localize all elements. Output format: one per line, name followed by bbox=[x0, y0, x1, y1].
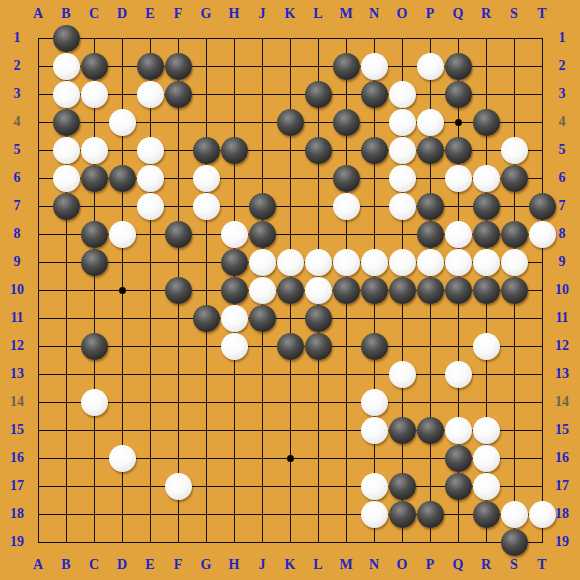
stone-white-O7[interactable] bbox=[389, 193, 416, 220]
stone-white-H12[interactable] bbox=[221, 333, 248, 360]
stone-black-J7[interactable] bbox=[249, 193, 276, 220]
row-label-left-9: 9 bbox=[2, 249, 32, 275]
stone-white-E6[interactable] bbox=[137, 165, 164, 192]
col-label-top-J: J bbox=[248, 1, 276, 27]
col-label-top-A: A bbox=[24, 1, 52, 27]
col-label-bottom-B: B bbox=[52, 552, 80, 578]
stone-white-P9[interactable] bbox=[417, 249, 444, 276]
row-label-left-2: 2 bbox=[2, 53, 32, 79]
stone-black-C8[interactable] bbox=[81, 221, 108, 248]
row-label-right-18: 18 bbox=[547, 501, 577, 527]
stone-white-N15[interactable] bbox=[361, 417, 388, 444]
stone-black-P7[interactable] bbox=[417, 193, 444, 220]
stone-black-B4[interactable] bbox=[53, 109, 80, 136]
row-label-right-9: 9 bbox=[547, 249, 577, 275]
stone-black-K10[interactable] bbox=[277, 277, 304, 304]
stone-white-J10[interactable] bbox=[249, 277, 276, 304]
stone-white-B2[interactable] bbox=[53, 53, 80, 80]
stone-black-S10[interactable] bbox=[501, 277, 528, 304]
col-label-bottom-R: R bbox=[472, 552, 500, 578]
stone-black-S6[interactable] bbox=[501, 165, 528, 192]
row-label-left-5: 5 bbox=[2, 137, 32, 163]
col-label-bottom-D: D bbox=[108, 552, 136, 578]
stone-white-Q13[interactable] bbox=[445, 361, 472, 388]
stone-white-O3[interactable] bbox=[389, 81, 416, 108]
grid-line-v-T bbox=[542, 38, 543, 543]
stone-white-D8[interactable] bbox=[109, 221, 136, 248]
col-label-top-T: T bbox=[528, 1, 556, 27]
row-label-left-19: 19 bbox=[2, 529, 32, 555]
stone-white-N18[interactable] bbox=[361, 501, 388, 528]
stone-black-H10[interactable] bbox=[221, 277, 248, 304]
stone-white-D16[interactable] bbox=[109, 445, 136, 472]
stone-black-Q2[interactable] bbox=[445, 53, 472, 80]
col-label-bottom-S: S bbox=[500, 552, 528, 578]
stone-black-R10[interactable] bbox=[473, 277, 500, 304]
row-label-right-5: 5 bbox=[547, 137, 577, 163]
stone-white-H8[interactable] bbox=[221, 221, 248, 248]
stone-black-Q3[interactable] bbox=[445, 81, 472, 108]
col-label-top-M: M bbox=[332, 1, 360, 27]
stone-white-N17[interactable] bbox=[361, 473, 388, 500]
stone-white-O9[interactable] bbox=[389, 249, 416, 276]
stone-black-J11[interactable] bbox=[249, 305, 276, 332]
stone-black-P10[interactable] bbox=[417, 277, 444, 304]
stone-white-S9[interactable] bbox=[501, 249, 528, 276]
row-label-left-4: 4 bbox=[2, 109, 32, 135]
stone-white-O4[interactable] bbox=[389, 109, 416, 136]
col-label-top-S: S bbox=[500, 1, 528, 27]
col-label-bottom-M: M bbox=[332, 552, 360, 578]
stone-white-C14[interactable] bbox=[81, 389, 108, 416]
stone-black-Q10[interactable] bbox=[445, 277, 472, 304]
stone-black-E2[interactable] bbox=[137, 53, 164, 80]
stone-black-H5[interactable] bbox=[221, 137, 248, 164]
star-point-K16 bbox=[287, 455, 294, 462]
stone-black-N12[interactable] bbox=[361, 333, 388, 360]
grid-line-v-C bbox=[94, 38, 95, 543]
stone-white-D4[interactable] bbox=[109, 109, 136, 136]
row-label-right-4: 4 bbox=[547, 109, 577, 135]
stone-white-O13[interactable] bbox=[389, 361, 416, 388]
row-label-left-7: 7 bbox=[2, 193, 32, 219]
row-label-right-13: 13 bbox=[547, 361, 577, 387]
row-label-right-2: 2 bbox=[547, 53, 577, 79]
col-label-top-N: N bbox=[360, 1, 388, 27]
stone-black-M4[interactable] bbox=[333, 109, 360, 136]
stone-black-B1[interactable] bbox=[53, 25, 80, 52]
stone-white-N14[interactable] bbox=[361, 389, 388, 416]
star-point-Q4 bbox=[455, 119, 462, 126]
row-label-left-13: 13 bbox=[2, 361, 32, 387]
col-label-top-L: L bbox=[304, 1, 332, 27]
col-label-top-H: H bbox=[220, 1, 248, 27]
stone-white-Q9[interactable] bbox=[445, 249, 472, 276]
row-label-right-16: 16 bbox=[547, 445, 577, 471]
stone-white-Q15[interactable] bbox=[445, 417, 472, 444]
col-label-top-O: O bbox=[388, 1, 416, 27]
row-label-right-12: 12 bbox=[547, 333, 577, 359]
stone-black-C6[interactable] bbox=[81, 165, 108, 192]
stone-white-R12[interactable] bbox=[473, 333, 500, 360]
stone-black-F10[interactable] bbox=[165, 277, 192, 304]
stone-white-R6[interactable] bbox=[473, 165, 500, 192]
stone-black-M2[interactable] bbox=[333, 53, 360, 80]
stone-white-P4[interactable] bbox=[417, 109, 444, 136]
stone-black-F2[interactable] bbox=[165, 53, 192, 80]
row-label-right-11: 11 bbox=[547, 305, 577, 331]
stone-black-S8[interactable] bbox=[501, 221, 528, 248]
stone-white-C5[interactable] bbox=[81, 137, 108, 164]
stone-black-C12[interactable] bbox=[81, 333, 108, 360]
col-label-bottom-H: H bbox=[220, 552, 248, 578]
stone-white-R9[interactable] bbox=[473, 249, 500, 276]
col-label-bottom-A: A bbox=[24, 552, 52, 578]
stone-white-G6[interactable] bbox=[193, 165, 220, 192]
stone-black-O15[interactable] bbox=[389, 417, 416, 444]
stone-white-M7[interactable] bbox=[333, 193, 360, 220]
stone-black-P18[interactable] bbox=[417, 501, 444, 528]
stone-black-J8[interactable] bbox=[249, 221, 276, 248]
col-label-bottom-G: G bbox=[192, 552, 220, 578]
col-label-bottom-Q: Q bbox=[444, 552, 472, 578]
stone-black-R7[interactable] bbox=[473, 193, 500, 220]
stone-black-L11[interactable] bbox=[305, 305, 332, 332]
row-label-right-19: 19 bbox=[547, 529, 577, 555]
stone-black-O17[interactable] bbox=[389, 473, 416, 500]
row-label-left-18: 18 bbox=[2, 501, 32, 527]
stone-black-N10[interactable] bbox=[361, 277, 388, 304]
stone-black-Q5[interactable] bbox=[445, 137, 472, 164]
row-label-left-14: 14 bbox=[2, 389, 32, 415]
stone-black-B7[interactable] bbox=[53, 193, 80, 220]
stone-black-L3[interactable] bbox=[305, 81, 332, 108]
stone-white-O5[interactable] bbox=[389, 137, 416, 164]
row-label-left-15: 15 bbox=[2, 417, 32, 443]
stone-white-B5[interactable] bbox=[53, 137, 80, 164]
stone-white-O6[interactable] bbox=[389, 165, 416, 192]
col-label-bottom-J: J bbox=[248, 552, 276, 578]
stone-black-N3[interactable] bbox=[361, 81, 388, 108]
stone-black-G5[interactable] bbox=[193, 137, 220, 164]
col-label-top-D: D bbox=[108, 1, 136, 27]
stone-white-P2[interactable] bbox=[417, 53, 444, 80]
row-label-right-14: 14 bbox=[547, 389, 577, 415]
col-label-bottom-P: P bbox=[416, 552, 444, 578]
stone-white-E7[interactable] bbox=[137, 193, 164, 220]
stone-black-P5[interactable] bbox=[417, 137, 444, 164]
col-label-top-G: G bbox=[192, 1, 220, 27]
grid-line-v-E bbox=[150, 38, 151, 543]
col-label-bottom-O: O bbox=[388, 552, 416, 578]
stone-black-R18[interactable] bbox=[473, 501, 500, 528]
stone-black-P8[interactable] bbox=[417, 221, 444, 248]
row-label-right-7: 7 bbox=[547, 193, 577, 219]
stone-black-O18[interactable] bbox=[389, 501, 416, 528]
stone-white-J9[interactable] bbox=[249, 249, 276, 276]
col-label-bottom-C: C bbox=[80, 552, 108, 578]
col-label-bottom-N: N bbox=[360, 552, 388, 578]
stone-black-M10[interactable] bbox=[333, 277, 360, 304]
row-label-right-6: 6 bbox=[547, 165, 577, 191]
stone-black-G11[interactable] bbox=[193, 305, 220, 332]
stone-white-N9[interactable] bbox=[361, 249, 388, 276]
col-label-top-F: F bbox=[164, 1, 192, 27]
stone-white-R16[interactable] bbox=[473, 445, 500, 472]
stone-white-S5[interactable] bbox=[501, 137, 528, 164]
stone-black-L5[interactable] bbox=[305, 137, 332, 164]
row-label-left-1: 1 bbox=[2, 25, 32, 51]
stone-black-F8[interactable] bbox=[165, 221, 192, 248]
star-point-D10 bbox=[119, 287, 126, 294]
row-label-right-3: 3 bbox=[547, 81, 577, 107]
stone-white-R15[interactable] bbox=[473, 417, 500, 444]
row-label-right-8: 8 bbox=[547, 221, 577, 247]
stone-white-B3[interactable] bbox=[53, 81, 80, 108]
stone-black-D6[interactable] bbox=[109, 165, 136, 192]
stone-white-Q8[interactable] bbox=[445, 221, 472, 248]
row-label-left-8: 8 bbox=[2, 221, 32, 247]
stone-black-P15[interactable] bbox=[417, 417, 444, 444]
stone-black-N5[interactable] bbox=[361, 137, 388, 164]
stone-black-C9[interactable] bbox=[81, 249, 108, 276]
stone-black-K4[interactable] bbox=[277, 109, 304, 136]
stone-black-K12[interactable] bbox=[277, 333, 304, 360]
stone-white-N2[interactable] bbox=[361, 53, 388, 80]
col-label-bottom-T: T bbox=[528, 552, 556, 578]
stone-white-S18[interactable] bbox=[501, 501, 528, 528]
row-label-right-17: 17 bbox=[547, 473, 577, 499]
col-label-bottom-K: K bbox=[276, 552, 304, 578]
row-label-left-3: 3 bbox=[2, 81, 32, 107]
col-label-bottom-L: L bbox=[304, 552, 332, 578]
row-label-right-1: 1 bbox=[547, 25, 577, 51]
stone-white-H11[interactable] bbox=[221, 305, 248, 332]
stone-white-C3[interactable] bbox=[81, 81, 108, 108]
go-board[interactable]: AABBCCDDEEFFGGHHJJKKLLMMNNOOPPQQRRSSTT11… bbox=[0, 0, 580, 580]
col-label-top-E: E bbox=[136, 1, 164, 27]
stone-white-B6[interactable] bbox=[53, 165, 80, 192]
col-label-bottom-E: E bbox=[136, 552, 164, 578]
row-label-left-6: 6 bbox=[2, 165, 32, 191]
stone-white-R17[interactable] bbox=[473, 473, 500, 500]
stone-white-L10[interactable] bbox=[305, 277, 332, 304]
col-label-top-P: P bbox=[416, 1, 444, 27]
stone-black-Q17[interactable] bbox=[445, 473, 472, 500]
stone-black-F3[interactable] bbox=[165, 81, 192, 108]
row-label-left-16: 16 bbox=[2, 445, 32, 471]
stone-white-G7[interactable] bbox=[193, 193, 220, 220]
grid-line-v-A bbox=[38, 38, 39, 543]
stone-black-R8[interactable] bbox=[473, 221, 500, 248]
stone-white-E3[interactable] bbox=[137, 81, 164, 108]
col-label-bottom-F: F bbox=[164, 552, 192, 578]
stone-white-E5[interactable] bbox=[137, 137, 164, 164]
row-label-left-12: 12 bbox=[2, 333, 32, 359]
stone-black-R4[interactable] bbox=[473, 109, 500, 136]
stone-black-C2[interactable] bbox=[81, 53, 108, 80]
stone-white-M9[interactable] bbox=[333, 249, 360, 276]
row-label-left-10: 10 bbox=[2, 277, 32, 303]
col-label-top-Q: Q bbox=[444, 1, 472, 27]
col-label-top-C: C bbox=[80, 1, 108, 27]
stone-black-L12[interactable] bbox=[305, 333, 332, 360]
stone-black-O10[interactable] bbox=[389, 277, 416, 304]
col-label-top-K: K bbox=[276, 1, 304, 27]
row-label-right-15: 15 bbox=[547, 417, 577, 443]
stone-white-F17[interactable] bbox=[165, 473, 192, 500]
col-label-top-R: R bbox=[472, 1, 500, 27]
row-label-left-11: 11 bbox=[2, 305, 32, 331]
stone-white-Q6[interactable] bbox=[445, 165, 472, 192]
stone-white-L9[interactable] bbox=[305, 249, 332, 276]
stone-black-H9[interactable] bbox=[221, 249, 248, 276]
row-label-right-10: 10 bbox=[547, 277, 577, 303]
stone-black-M6[interactable] bbox=[333, 165, 360, 192]
row-label-left-17: 17 bbox=[2, 473, 32, 499]
grid-line-v-G bbox=[206, 38, 207, 543]
stone-white-K9[interactable] bbox=[277, 249, 304, 276]
stone-black-Q16[interactable] bbox=[445, 445, 472, 472]
col-label-top-B: B bbox=[52, 1, 80, 27]
